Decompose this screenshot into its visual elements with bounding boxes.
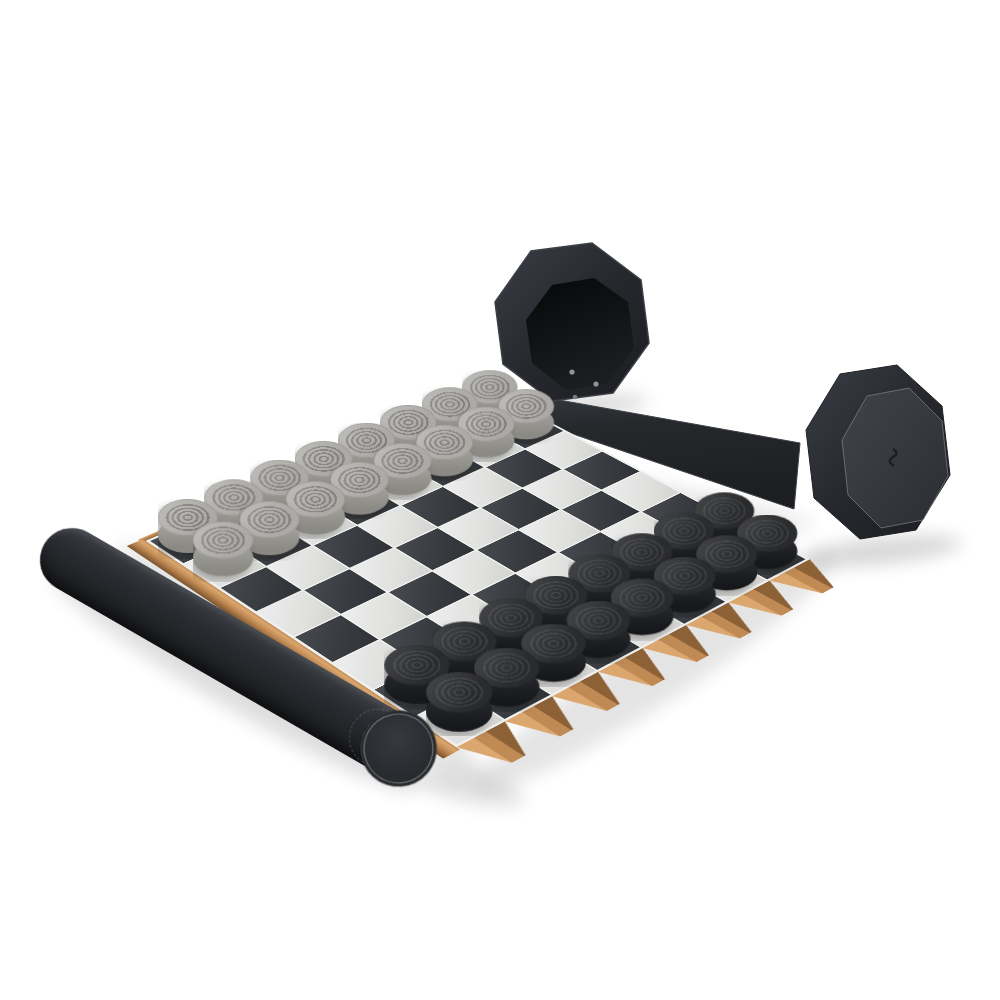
octagon-side <box>806 365 950 539</box>
checker-black <box>426 672 493 732</box>
checker-gray <box>193 522 254 577</box>
right-octagon-shadow <box>801 530 963 573</box>
brand-mark-icon <box>890 449 897 466</box>
product-photo <box>0 0 1000 1000</box>
octagon-face <box>842 388 948 528</box>
stand-octagon-right <box>806 365 950 539</box>
checker-top-face <box>426 672 493 713</box>
